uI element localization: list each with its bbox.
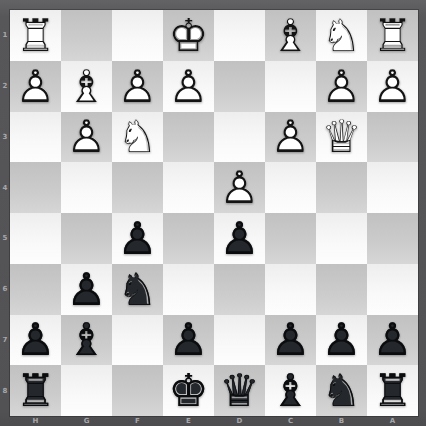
square-c3[interactable]: ♟♙ (265, 112, 316, 163)
square-c8[interactable]: ♝♗ (265, 365, 316, 416)
file-label-d: D (214, 416, 265, 426)
pawn-outline-glyph: ♙ (367, 61, 418, 112)
square-e2[interactable]: ♟♙ (163, 61, 214, 112)
square-b6[interactable] (316, 264, 367, 315)
pawn-outline-glyph: ♙ (214, 213, 265, 264)
rank-label-8: 8 (0, 365, 10, 416)
piece-white-pawn[interactable]: ♟♙ (112, 61, 163, 112)
piece-white-rook[interactable]: ♜♖ (367, 10, 418, 61)
piece-black-pawn[interactable]: ♟♙ (214, 213, 265, 264)
piece-black-knight[interactable]: ♞♘ (316, 365, 367, 416)
square-b1[interactable]: ♞♘ (316, 10, 367, 61)
piece-white-queen[interactable]: ♛♕ (316, 112, 367, 163)
queen-outline-glyph: ♕ (316, 112, 367, 163)
square-h2[interactable]: ♟♙ (10, 61, 61, 112)
square-f8[interactable] (112, 365, 163, 416)
king-outline-glyph: ♔ (163, 10, 214, 61)
pawn-outline-glyph: ♙ (61, 112, 112, 163)
piece-white-pawn[interactable]: ♟♙ (163, 61, 214, 112)
knight-outline-glyph: ♘ (316, 10, 367, 61)
square-b4[interactable] (316, 162, 367, 213)
piece-black-pawn[interactable]: ♟♙ (163, 315, 214, 366)
square-d1[interactable] (214, 10, 265, 61)
square-g4[interactable] (61, 162, 112, 213)
square-f3[interactable]: ♞♘ (112, 112, 163, 163)
square-h3[interactable] (10, 112, 61, 163)
square-g5[interactable] (61, 213, 112, 264)
square-h5[interactable] (10, 213, 61, 264)
pawn-outline-glyph: ♙ (163, 315, 214, 366)
square-e4[interactable] (163, 162, 214, 213)
square-b3[interactable]: ♛♕ (316, 112, 367, 163)
piece-white-rook[interactable]: ♜♖ (10, 10, 61, 61)
square-f6[interactable]: ♞♘ (112, 264, 163, 315)
square-f2[interactable]: ♟♙ (112, 61, 163, 112)
bishop-outline-glyph: ♗ (265, 10, 316, 61)
file-label-h: H (10, 416, 61, 426)
pawn-outline-glyph: ♙ (316, 315, 367, 366)
square-a1[interactable]: ♜♖ (367, 10, 418, 61)
bishop-outline-glyph: ♗ (61, 61, 112, 112)
piece-black-bishop[interactable]: ♝♗ (265, 365, 316, 416)
piece-black-pawn[interactable]: ♟♙ (61, 264, 112, 315)
board-frame: 12345678 ♜♖♚♔♝♗♞♘♜♖♟♙♝♗♟♙♟♙♟♙♟♙♟♙♞♘♟♙♛♕♟… (0, 0, 426, 426)
square-d2[interactable] (214, 61, 265, 112)
pawn-outline-glyph: ♙ (163, 61, 214, 112)
bishop-outline-glyph: ♗ (61, 315, 112, 366)
file-labels: HGFEDCBA (10, 416, 418, 426)
square-c2[interactable] (265, 61, 316, 112)
piece-white-pawn[interactable]: ♟♙ (367, 61, 418, 112)
square-g2[interactable]: ♝♗ (61, 61, 112, 112)
piece-black-pawn[interactable]: ♟♙ (10, 315, 61, 366)
chess-board: ♜♖♚♔♝♗♞♘♜♖♟♙♝♗♟♙♟♙♟♙♟♙♟♙♞♘♟♙♛♕♟♙♟♙♟♙♟♙♞♘… (10, 10, 418, 416)
square-a5[interactable] (367, 213, 418, 264)
file-label-c: C (265, 416, 316, 426)
knight-outline-glyph: ♘ (112, 264, 163, 315)
square-g8[interactable] (61, 365, 112, 416)
piece-white-pawn[interactable]: ♟♙ (214, 162, 265, 213)
piece-white-bishop[interactable]: ♝♗ (61, 61, 112, 112)
piece-black-bishop[interactable]: ♝♗ (61, 315, 112, 366)
square-h4[interactable] (10, 162, 61, 213)
piece-white-pawn[interactable]: ♟♙ (61, 112, 112, 163)
pawn-outline-glyph: ♙ (10, 315, 61, 366)
piece-black-pawn[interactable]: ♟♙ (316, 315, 367, 366)
piece-black-king[interactable]: ♚♔ (163, 365, 214, 416)
square-c1[interactable]: ♝♗ (265, 10, 316, 61)
file-label-b: B (316, 416, 367, 426)
pawn-outline-glyph: ♙ (265, 112, 316, 163)
square-b2[interactable]: ♟♙ (316, 61, 367, 112)
file-label-e: E (163, 416, 214, 426)
piece-white-pawn[interactable]: ♟♙ (10, 61, 61, 112)
piece-black-rook[interactable]: ♜♖ (10, 365, 61, 416)
rook-outline-glyph: ♖ (10, 10, 61, 61)
square-a6[interactable] (367, 264, 418, 315)
square-g7[interactable]: ♝♗ (61, 315, 112, 366)
square-h6[interactable] (10, 264, 61, 315)
pawn-outline-glyph: ♙ (367, 315, 418, 366)
rank-label-3: 3 (0, 112, 10, 163)
file-label-g: G (61, 416, 112, 426)
file-label-a: A (367, 416, 418, 426)
rook-outline-glyph: ♖ (367, 10, 418, 61)
piece-white-knight[interactable]: ♞♘ (112, 112, 163, 163)
knight-outline-glyph: ♘ (316, 365, 367, 416)
square-c5[interactable] (265, 213, 316, 264)
square-e3[interactable] (163, 112, 214, 163)
rook-outline-glyph: ♖ (367, 365, 418, 416)
square-f7[interactable] (112, 315, 163, 366)
square-d6[interactable] (214, 264, 265, 315)
rank-label-6: 6 (0, 264, 10, 315)
square-c6[interactable] (265, 264, 316, 315)
pawn-outline-glyph: ♙ (316, 61, 367, 112)
square-h1[interactable]: ♜♖ (10, 10, 61, 61)
square-a4[interactable] (367, 162, 418, 213)
knight-outline-glyph: ♘ (112, 112, 163, 163)
square-e6[interactable] (163, 264, 214, 315)
square-e5[interactable] (163, 213, 214, 264)
rank-label-2: 2 (0, 61, 10, 112)
square-d5[interactable]: ♟♙ (214, 213, 265, 264)
pawn-outline-glyph: ♙ (61, 264, 112, 315)
piece-black-pawn[interactable]: ♟♙ (112, 213, 163, 264)
piece-white-pawn[interactable]: ♟♙ (316, 61, 367, 112)
pawn-outline-glyph: ♙ (112, 213, 163, 264)
square-g1[interactable] (61, 10, 112, 61)
rank-labels: 12345678 (0, 10, 10, 416)
square-d4[interactable]: ♟♙ (214, 162, 265, 213)
square-a2[interactable]: ♟♙ (367, 61, 418, 112)
square-b7[interactable]: ♟♙ (316, 315, 367, 366)
square-e1[interactable]: ♚♔ (163, 10, 214, 61)
square-c4[interactable] (265, 162, 316, 213)
piece-black-pawn[interactable]: ♟♙ (367, 315, 418, 366)
pawn-outline-glyph: ♙ (10, 61, 61, 112)
piece-black-pawn[interactable]: ♟♙ (265, 315, 316, 366)
rook-outline-glyph: ♖ (10, 365, 61, 416)
rank-label-7: 7 (0, 315, 10, 366)
square-f4[interactable] (112, 162, 163, 213)
square-d8[interactable]: ♛♕ (214, 365, 265, 416)
piece-black-rook[interactable]: ♜♖ (367, 365, 418, 416)
piece-white-bishop[interactable]: ♝♗ (265, 10, 316, 61)
queen-outline-glyph: ♕ (214, 365, 265, 416)
piece-black-queen[interactable]: ♛♕ (214, 365, 265, 416)
bishop-outline-glyph: ♗ (265, 365, 316, 416)
square-b8[interactable]: ♞♘ (316, 365, 367, 416)
piece-white-pawn[interactable]: ♟♙ (265, 112, 316, 163)
square-a3[interactable] (367, 112, 418, 163)
pawn-outline-glyph: ♙ (265, 315, 316, 366)
square-h8[interactable]: ♜♖ (10, 365, 61, 416)
square-b5[interactable] (316, 213, 367, 264)
file-label-f: F (112, 416, 163, 426)
square-d3[interactable] (214, 112, 265, 163)
square-a8[interactable]: ♜♖ (367, 365, 418, 416)
square-c7[interactable]: ♟♙ (265, 315, 316, 366)
square-g6[interactable]: ♟♙ (61, 264, 112, 315)
pawn-outline-glyph: ♙ (112, 61, 163, 112)
square-e8[interactable]: ♚♔ (163, 365, 214, 416)
square-f5[interactable]: ♟♙ (112, 213, 163, 264)
square-d7[interactable] (214, 315, 265, 366)
square-f1[interactable] (112, 10, 163, 61)
square-a7[interactable]: ♟♙ (367, 315, 418, 366)
king-outline-glyph: ♔ (163, 365, 214, 416)
rank-label-1: 1 (0, 10, 10, 61)
pawn-outline-glyph: ♙ (214, 162, 265, 213)
square-e7[interactable]: ♟♙ (163, 315, 214, 366)
rank-label-5: 5 (0, 213, 10, 264)
rank-label-4: 4 (0, 162, 10, 213)
square-g3[interactable]: ♟♙ (61, 112, 112, 163)
piece-white-knight[interactable]: ♞♘ (316, 10, 367, 61)
piece-white-king[interactable]: ♚♔ (163, 10, 214, 61)
square-h7[interactable]: ♟♙ (10, 315, 61, 366)
piece-black-knight[interactable]: ♞♘ (112, 264, 163, 315)
